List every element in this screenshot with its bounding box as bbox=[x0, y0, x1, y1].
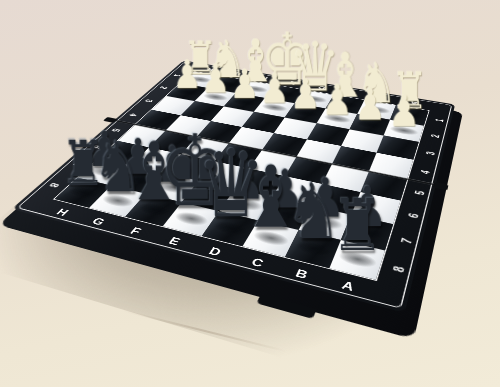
black-rook-a8[interactable]: ♜ bbox=[322, 190, 393, 261]
white-pawn-a2[interactable]: ♟ bbox=[377, 89, 430, 133]
desk-surface: ♜♞♝♚♛♝♞♜♟♟♟♟♟♟♟♟♟♟♟♟♟♟♟♟♜♞♝♚♛♝♞♜ HGFEDCB… bbox=[0, 0, 500, 387]
board-top-face: ♜♞♝♚♛♝♞♜♟♟♟♟♟♟♟♟♟♟♟♟♟♟♟♟♜♞♝♚♛♝♞♜ HGFEDCB… bbox=[12, 60, 456, 312]
